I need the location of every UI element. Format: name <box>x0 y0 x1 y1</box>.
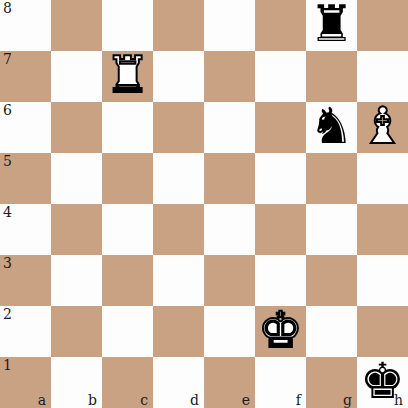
rank-label-3: 3 <box>3 255 12 272</box>
square-a8[interactable]: 8 <box>0 0 51 51</box>
square-c3[interactable] <box>102 255 153 306</box>
rank-label-8: 8 <box>3 0 12 17</box>
square-d7[interactable] <box>153 51 204 102</box>
square-h6[interactable]: ♝ <box>357 102 408 153</box>
piece-white-rook[interactable]: ♜ <box>105 50 150 101</box>
square-c8[interactable] <box>102 0 153 51</box>
rank-label-1: 1 <box>3 357 12 374</box>
piece-black-knight[interactable]: ♞ <box>309 101 354 152</box>
square-d5[interactable] <box>153 153 204 204</box>
square-f8[interactable] <box>255 0 306 51</box>
square-a4[interactable]: 4 <box>0 204 51 255</box>
square-f2[interactable]: ♚ <box>255 306 306 357</box>
square-a6[interactable]: 6 <box>0 102 51 153</box>
square-a3[interactable]: 3 <box>0 255 51 306</box>
square-f3[interactable] <box>255 255 306 306</box>
square-f5[interactable] <box>255 153 306 204</box>
rank-label-6: 6 <box>3 102 12 119</box>
square-g7[interactable] <box>306 51 357 102</box>
square-a5[interactable]: 5 <box>0 153 51 204</box>
rank-label-2: 2 <box>3 306 12 323</box>
square-e6[interactable] <box>204 102 255 153</box>
square-d4[interactable] <box>153 204 204 255</box>
square-h7[interactable] <box>357 51 408 102</box>
square-c5[interactable] <box>102 153 153 204</box>
file-label-c: c <box>140 392 148 408</box>
square-a2[interactable]: 2 <box>0 306 51 357</box>
square-e3[interactable] <box>204 255 255 306</box>
square-e5[interactable] <box>204 153 255 204</box>
square-h5[interactable] <box>357 153 408 204</box>
square-f7[interactable] <box>255 51 306 102</box>
square-b3[interactable] <box>51 255 102 306</box>
square-c4[interactable] <box>102 204 153 255</box>
square-h2[interactable] <box>357 306 408 357</box>
rank-label-4: 4 <box>3 204 12 221</box>
square-f4[interactable] <box>255 204 306 255</box>
square-b6[interactable] <box>51 102 102 153</box>
piece-black-king[interactable]: ♚ <box>360 356 405 407</box>
square-e1[interactable]: e <box>204 357 255 408</box>
piece-black-rook[interactable]: ♜ <box>309 0 354 50</box>
square-h3[interactable] <box>357 255 408 306</box>
square-e4[interactable] <box>204 204 255 255</box>
file-label-a: a <box>38 392 46 408</box>
square-b1[interactable]: b <box>51 357 102 408</box>
square-g1[interactable]: g <box>306 357 357 408</box>
square-d2[interactable] <box>153 306 204 357</box>
square-f6[interactable] <box>255 102 306 153</box>
piece-white-bishop[interactable]: ♝ <box>360 101 405 152</box>
square-h4[interactable] <box>357 204 408 255</box>
square-d1[interactable]: d <box>153 357 204 408</box>
square-e7[interactable] <box>204 51 255 102</box>
square-b2[interactable] <box>51 306 102 357</box>
square-g2[interactable] <box>306 306 357 357</box>
square-b7[interactable] <box>51 51 102 102</box>
square-g4[interactable] <box>306 204 357 255</box>
square-e8[interactable] <box>204 0 255 51</box>
square-h8[interactable] <box>357 0 408 51</box>
piece-white-king[interactable]: ♚ <box>258 305 303 356</box>
rank-label-7: 7 <box>3 51 12 68</box>
square-c6[interactable] <box>102 102 153 153</box>
chess-board: 8♜7♜6♞♝5432♚1abcdefgh♚ <box>0 0 408 408</box>
square-h1[interactable]: h♚ <box>357 357 408 408</box>
square-b8[interactable] <box>51 0 102 51</box>
square-e2[interactable] <box>204 306 255 357</box>
square-a7[interactable]: 7 <box>0 51 51 102</box>
square-f1[interactable]: f <box>255 357 306 408</box>
file-label-d: d <box>190 392 199 408</box>
square-d6[interactable] <box>153 102 204 153</box>
square-g5[interactable] <box>306 153 357 204</box>
square-a1[interactable]: 1a <box>0 357 51 408</box>
square-c1[interactable]: c <box>102 357 153 408</box>
rank-label-5: 5 <box>3 153 12 170</box>
square-c2[interactable] <box>102 306 153 357</box>
square-g6[interactable]: ♞ <box>306 102 357 153</box>
square-d8[interactable] <box>153 0 204 51</box>
file-label-b: b <box>88 392 97 408</box>
square-g8[interactable]: ♜ <box>306 0 357 51</box>
square-c7[interactable]: ♜ <box>102 51 153 102</box>
square-d3[interactable] <box>153 255 204 306</box>
square-b5[interactable] <box>51 153 102 204</box>
file-label-f: f <box>296 392 301 408</box>
square-g3[interactable] <box>306 255 357 306</box>
file-label-g: g <box>343 392 352 408</box>
square-b4[interactable] <box>51 204 102 255</box>
file-label-e: e <box>242 392 250 408</box>
